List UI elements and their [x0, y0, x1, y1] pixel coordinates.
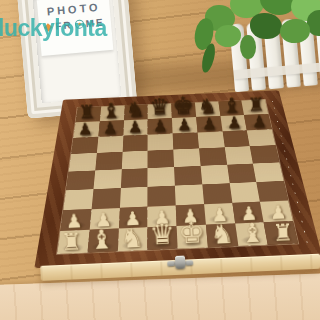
square-f7: ♟: [196, 116, 222, 132]
square-a4: [66, 170, 95, 190]
square-h3: [256, 181, 288, 202]
square-e1: ♚: [177, 225, 208, 249]
square-e6: [173, 132, 199, 149]
square-b6: [97, 136, 123, 153]
square-b3: [91, 188, 120, 209]
square-e3: [175, 184, 204, 205]
square-g1: ♝: [235, 222, 268, 246]
board-border-frame: ♜♝♞♛♚♞♝♜♟♟♟♟♟♟♟♟♟♟♟♟♟♟♟♟♜♝♞♛♚♞♝♜: [34, 90, 320, 268]
light-knight-c1: ♞: [119, 224, 144, 251]
square-a1: ♜: [57, 230, 89, 254]
square-b7: ♟: [98, 120, 124, 137]
square-c7: ♟: [123, 119, 148, 135]
dark-pawn-g7: ♟: [227, 114, 242, 131]
square-d1: ♛: [148, 226, 178, 250]
light-bishop-b1: ♝: [89, 225, 114, 252]
dark-pawn-c7: ♟: [127, 119, 142, 136]
square-g3: [229, 182, 260, 203]
dark-pawn-d7: ♟: [152, 117, 167, 134]
square-h1: ♜: [264, 221, 298, 245]
square-h6: [247, 129, 276, 146]
square-f6: [197, 131, 224, 148]
square-c1: ♞: [117, 227, 147, 251]
square-d5: [148, 150, 174, 168]
square-d4: [148, 167, 175, 187]
clasp-wing: [167, 261, 175, 266]
product-photo-scene: PHOTO FR ME: [0, 0, 320, 320]
square-g7: ♟: [220, 115, 247, 131]
square-f5: [199, 147, 227, 165]
clasp-knob: [175, 256, 186, 269]
square-f1: ♞: [206, 224, 238, 248]
square-e4: [174, 166, 202, 186]
light-rook-a1: ♜: [61, 229, 83, 253]
square-g4: [227, 164, 257, 184]
square-a3: [63, 189, 93, 210]
square-d6: [148, 133, 174, 150]
chess-board: ♜♝♞♛♚♞♝♜♟♟♟♟♟♟♟♟♟♟♟♟♟♟♟♟♜♝♞♛♚♞♝♜: [21, 0, 320, 284]
light-king-e1: ♚: [178, 218, 206, 249]
square-c3: [120, 187, 148, 208]
light-bishop-g1: ♝: [240, 219, 265, 246]
dark-pawn-b7: ♟: [103, 120, 118, 137]
square-e5: [173, 149, 200, 167]
metal-clasp-icon: [167, 255, 194, 270]
square-d3: [148, 185, 176, 206]
square-g6: [222, 130, 250, 147]
square-b4: [93, 169, 121, 189]
square-f3: [202, 183, 232, 204]
light-queen-d1: ♛: [149, 220, 176, 250]
dark-pawn-f7: ♟: [202, 115, 217, 132]
dark-pawn-e7: ♟: [177, 116, 192, 133]
square-h5: [250, 145, 280, 163]
square-c6: [122, 134, 148, 151]
dark-pawn-h7: ♟: [251, 113, 266, 130]
light-knight-f1: ♞: [210, 220, 235, 247]
square-d7: ♟: [148, 118, 173, 134]
light-rook-h1: ♜: [271, 220, 293, 244]
watermark: luckylonta: [0, 15, 107, 42]
chess-board-top: ♜♝♞♛♚♞♝♜♟♟♟♟♟♟♟♟♟♟♟♟♟♟♟♟♜♝♞♛♚♞♝♜: [34, 90, 320, 268]
square-h7: ♟: [244, 114, 272, 130]
clasp-wing: [185, 260, 193, 265]
square-h4: [253, 162, 284, 181]
square-a6: [71, 137, 98, 155]
square-b1: ♝: [87, 229, 118, 253]
dark-pawn-a7: ♟: [78, 121, 93, 138]
board-squares: ♜♝♞♛♚♞♝♜♟♟♟♟♟♟♟♟♟♟♟♟♟♟♟♟♜♝♞♛♚♞♝♜: [57, 99, 298, 254]
square-a7: ♟: [73, 121, 99, 138]
square-e7: ♟: [172, 117, 197, 133]
square-c4: [120, 168, 147, 188]
square-f4: [200, 165, 229, 185]
